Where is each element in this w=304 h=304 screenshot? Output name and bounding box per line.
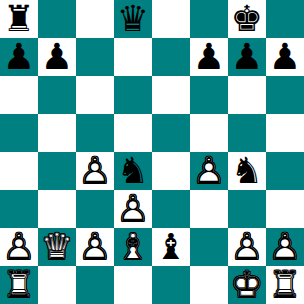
square-h3[interactable] [266, 190, 304, 228]
white-pawn-piece[interactable]: ♟♙ [0, 228, 38, 266]
square-c3[interactable] [76, 190, 114, 228]
square-e1[interactable] [152, 266, 190, 304]
black-knight-glyph: ♞ [228, 152, 266, 190]
square-f6[interactable] [190, 76, 228, 114]
square-b6[interactable] [38, 76, 76, 114]
square-g4[interactable]: ♞ [228, 152, 266, 190]
black-king-glyph: ♚ [228, 0, 266, 38]
white-bishop-outline-glyph: ♗ [114, 228, 152, 266]
square-g6[interactable] [228, 76, 266, 114]
white-pawn-piece[interactable]: ♟♙ [114, 190, 152, 228]
square-d4[interactable]: ♞ [114, 152, 152, 190]
square-d1[interactable] [114, 266, 152, 304]
square-b8[interactable] [38, 0, 76, 38]
black-rook-glyph: ♜ [0, 0, 38, 38]
square-a3[interactable] [0, 190, 38, 228]
black-pawn-glyph: ♟ [0, 38, 38, 76]
white-king-piece[interactable]: ♚♔ [228, 266, 266, 304]
square-a6[interactable] [0, 76, 38, 114]
square-h5[interactable] [266, 114, 304, 152]
square-f4[interactable]: ♟♙ [190, 152, 228, 190]
white-rook-piece[interactable]: ♜♖ [266, 266, 304, 304]
black-knight-piece[interactable]: ♞ [114, 152, 152, 190]
square-e5[interactable] [152, 114, 190, 152]
square-d7[interactable] [114, 38, 152, 76]
square-h8[interactable] [266, 0, 304, 38]
square-a2[interactable]: ♟♙ [0, 228, 38, 266]
square-a8[interactable]: ♜ [0, 0, 38, 38]
square-f2[interactable] [190, 228, 228, 266]
white-pawn-outline-glyph: ♙ [190, 152, 228, 190]
square-g5[interactable] [228, 114, 266, 152]
black-pawn-piece[interactable]: ♟ [266, 38, 304, 76]
square-a5[interactable] [0, 114, 38, 152]
black-rook-piece[interactable]: ♜ [0, 0, 38, 38]
square-d2[interactable]: ♝♗ [114, 228, 152, 266]
black-pawn-piece[interactable]: ♟ [190, 38, 228, 76]
white-rook-outline-glyph: ♖ [266, 266, 304, 304]
square-b7[interactable]: ♟ [38, 38, 76, 76]
square-c7[interactable] [76, 38, 114, 76]
square-g2[interactable]: ♟♙ [228, 228, 266, 266]
square-b2[interactable]: ♛♕ [38, 228, 76, 266]
white-pawn-outline-glyph: ♙ [114, 190, 152, 228]
white-pawn-piece[interactable]: ♟♙ [76, 228, 114, 266]
black-bishop-glyph: ♝ [152, 228, 190, 266]
square-g8[interactable]: ♚ [228, 0, 266, 38]
chess-board: ♜♛♚♟♟♟♟♟♟♙♞♟♙♞♟♙♟♙♛♕♟♙♝♗♝♟♙♟♙♜♖♚♔♜♖ [0, 0, 304, 304]
square-f7[interactable]: ♟ [190, 38, 228, 76]
square-b4[interactable] [38, 152, 76, 190]
square-c5[interactable] [76, 114, 114, 152]
square-h4[interactable] [266, 152, 304, 190]
square-b3[interactable] [38, 190, 76, 228]
square-f8[interactable] [190, 0, 228, 38]
black-pawn-glyph: ♟ [190, 38, 228, 76]
square-e6[interactable] [152, 76, 190, 114]
white-queen-piece[interactable]: ♛♕ [38, 228, 76, 266]
square-h2[interactable]: ♟♙ [266, 228, 304, 266]
square-f5[interactable] [190, 114, 228, 152]
white-bishop-piece[interactable]: ♝♗ [114, 228, 152, 266]
white-pawn-piece[interactable]: ♟♙ [228, 228, 266, 266]
square-c1[interactable] [76, 266, 114, 304]
white-rook-outline-glyph: ♖ [0, 266, 38, 304]
square-e8[interactable] [152, 0, 190, 38]
white-rook-piece[interactable]: ♜♖ [0, 266, 38, 304]
black-pawn-piece[interactable]: ♟ [38, 38, 76, 76]
black-bishop-piece[interactable]: ♝ [152, 228, 190, 266]
white-pawn-piece[interactable]: ♟♙ [76, 152, 114, 190]
square-h7[interactable]: ♟ [266, 38, 304, 76]
square-e4[interactable] [152, 152, 190, 190]
white-pawn-outline-glyph: ♙ [266, 228, 304, 266]
black-king-piece[interactable]: ♚ [228, 0, 266, 38]
square-g1[interactable]: ♚♔ [228, 266, 266, 304]
square-c6[interactable] [76, 76, 114, 114]
square-c8[interactable] [76, 0, 114, 38]
black-pawn-glyph: ♟ [38, 38, 76, 76]
black-knight-piece[interactable]: ♞ [228, 152, 266, 190]
white-pawn-outline-glyph: ♙ [76, 152, 114, 190]
white-queen-outline-glyph: ♕ [38, 228, 76, 266]
square-f3[interactable] [190, 190, 228, 228]
white-pawn-outline-glyph: ♙ [76, 228, 114, 266]
square-h6[interactable] [266, 76, 304, 114]
square-d3[interactable]: ♟♙ [114, 190, 152, 228]
square-e3[interactable] [152, 190, 190, 228]
square-a1[interactable]: ♜♖ [0, 266, 38, 304]
square-g3[interactable] [228, 190, 266, 228]
black-pawn-glyph: ♟ [266, 38, 304, 76]
square-d6[interactable] [114, 76, 152, 114]
square-c4[interactable]: ♟♙ [76, 152, 114, 190]
square-d5[interactable] [114, 114, 152, 152]
square-b1[interactable] [38, 266, 76, 304]
white-pawn-outline-glyph: ♙ [228, 228, 266, 266]
black-pawn-piece[interactable]: ♟ [0, 38, 38, 76]
square-g7[interactable]: ♟ [228, 38, 266, 76]
square-a7[interactable]: ♟ [0, 38, 38, 76]
white-pawn-outline-glyph: ♙ [0, 228, 38, 266]
black-queen-piece[interactable]: ♛ [114, 0, 152, 38]
square-b5[interactable] [38, 114, 76, 152]
black-queen-glyph: ♛ [114, 0, 152, 38]
square-e2[interactable]: ♝ [152, 228, 190, 266]
black-pawn-glyph: ♟ [228, 38, 266, 76]
square-c2[interactable]: ♟♙ [76, 228, 114, 266]
square-a4[interactable] [0, 152, 38, 190]
white-pawn-piece[interactable]: ♟♙ [190, 152, 228, 190]
black-pawn-piece[interactable]: ♟ [228, 38, 266, 76]
square-f1[interactable] [190, 266, 228, 304]
black-knight-glyph: ♞ [114, 152, 152, 190]
square-e7[interactable] [152, 38, 190, 76]
white-pawn-piece[interactable]: ♟♙ [266, 228, 304, 266]
square-h1[interactable]: ♜♖ [266, 266, 304, 304]
white-king-outline-glyph: ♔ [228, 266, 266, 304]
square-d8[interactable]: ♛ [114, 0, 152, 38]
